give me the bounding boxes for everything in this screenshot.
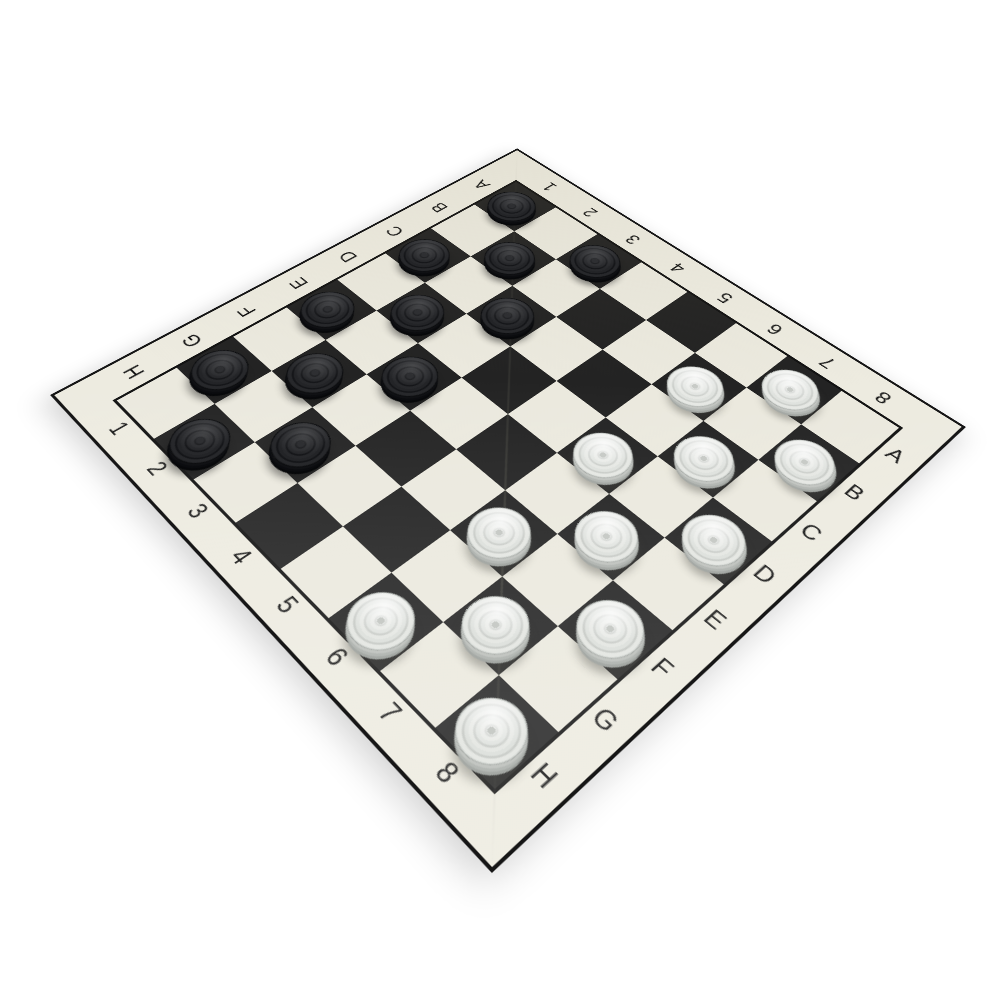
board-grid <box>113 180 904 794</box>
checkers-board: 12345678 12345678 ABCDEFGH ABCDEFGH <box>50 148 966 873</box>
product-photo-scene: 12345678 12345678 ABCDEFGH ABCDEFGH <box>0 0 1002 1002</box>
